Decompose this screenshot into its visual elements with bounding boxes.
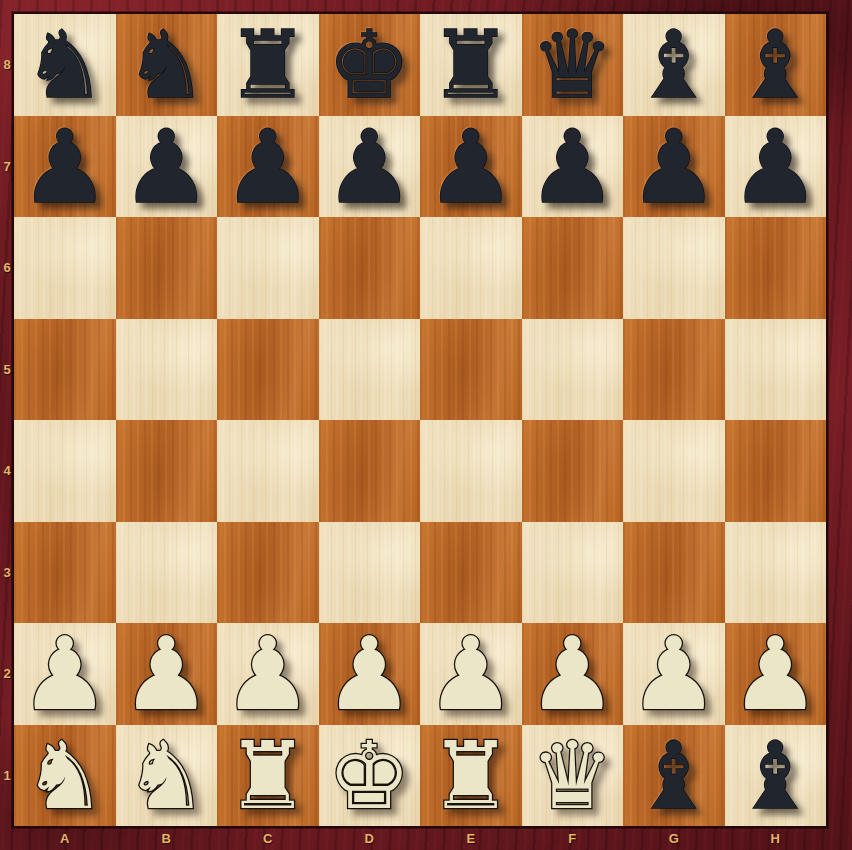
square-h2[interactable]: ♟ [725, 623, 827, 725]
square-b4[interactable] [116, 420, 218, 522]
square-g7[interactable]: ♟ [623, 116, 725, 218]
square-c8[interactable]: ♜ [217, 14, 319, 116]
square-f8[interactable]: ♛ [522, 14, 624, 116]
square-a5[interactable] [14, 319, 116, 421]
file-label-h: H [725, 826, 827, 850]
square-e8[interactable]: ♜ [420, 14, 522, 116]
square-e4[interactable] [420, 420, 522, 522]
square-a3[interactable] [14, 522, 116, 624]
rank-label-2: 2 [0, 623, 14, 725]
rank-label-1: 1 [0, 725, 14, 827]
square-d7[interactable]: ♟ [319, 116, 421, 218]
square-e2[interactable]: ♟ [420, 623, 522, 725]
square-b2[interactable]: ♟ [116, 623, 218, 725]
piece-black-rook[interactable]: ♜ [429, 19, 512, 112]
square-g3[interactable] [623, 522, 725, 624]
piece-white-pawn[interactable]: ♟ [222, 624, 313, 725]
piece-black-knight[interactable]: ♞ [23, 19, 106, 112]
square-d3[interactable] [319, 522, 421, 624]
square-b5[interactable] [116, 319, 218, 421]
piece-white-knight[interactable]: ♞ [125, 730, 208, 823]
square-f2[interactable]: ♟ [522, 623, 624, 725]
square-g6[interactable] [623, 217, 725, 319]
square-b1[interactable]: ♞ [116, 725, 218, 827]
rank-label-3: 3 [0, 522, 14, 624]
square-e1[interactable]: ♜ [420, 725, 522, 827]
piece-white-pawn[interactable]: ♟ [628, 624, 719, 725]
piece-white-pawn[interactable]: ♟ [730, 624, 821, 725]
file-label-e: E [420, 826, 522, 850]
piece-white-bishop[interactable]: ♝ [632, 730, 715, 823]
piece-white-bishop[interactable]: ♝ [734, 730, 817, 823]
square-b7[interactable]: ♟ [116, 116, 218, 218]
square-f6[interactable] [522, 217, 624, 319]
piece-black-pawn[interactable]: ♟ [19, 117, 110, 218]
piece-black-pawn[interactable]: ♟ [527, 117, 618, 218]
square-b6[interactable] [116, 217, 218, 319]
square-d4[interactable] [319, 420, 421, 522]
square-g5[interactable] [623, 319, 725, 421]
piece-black-pawn[interactable]: ♟ [628, 117, 719, 218]
square-g2[interactable]: ♟ [623, 623, 725, 725]
piece-white-king[interactable]: ♚ [328, 730, 411, 823]
square-g4[interactable] [623, 420, 725, 522]
square-a1[interactable]: ♞ [14, 725, 116, 827]
square-c6[interactable] [217, 217, 319, 319]
piece-black-knight[interactable]: ♞ [125, 19, 208, 112]
square-h3[interactable] [725, 522, 827, 624]
square-b8[interactable]: ♞ [116, 14, 218, 116]
square-d6[interactable] [319, 217, 421, 319]
rank-label-7: 7 [0, 116, 14, 218]
piece-black-rook[interactable]: ♜ [226, 19, 309, 112]
piece-black-bishop[interactable]: ♝ [632, 19, 715, 112]
board: ♞♞♜♚♜♛♝♝♟♟♟♟♟♟♟♟♟♟♟♟♟♟♟♟♞♞♜♚♜♛♝♝ [14, 14, 826, 826]
file-label-c: C [217, 826, 319, 850]
square-f1[interactable]: ♛ [522, 725, 624, 827]
square-g8[interactable]: ♝ [623, 14, 725, 116]
piece-white-rook[interactable]: ♜ [429, 730, 512, 823]
piece-white-knight[interactable]: ♞ [23, 730, 106, 823]
piece-black-pawn[interactable]: ♟ [324, 117, 415, 218]
square-h4[interactable] [725, 420, 827, 522]
piece-white-pawn[interactable]: ♟ [19, 624, 110, 725]
rank-label-5: 5 [0, 319, 14, 421]
chessboard-frame: ♞♞♜♚♜♛♝♝♟♟♟♟♟♟♟♟♟♟♟♟♟♟♟♟♞♞♜♚♜♛♝♝ 8765432… [0, 0, 852, 850]
square-d2[interactable]: ♟ [319, 623, 421, 725]
square-d1[interactable]: ♚ [319, 725, 421, 827]
piece-white-pawn[interactable]: ♟ [324, 624, 415, 725]
piece-white-rook[interactable]: ♜ [226, 730, 309, 823]
square-c2[interactable]: ♟ [217, 623, 319, 725]
square-a6[interactable] [14, 217, 116, 319]
piece-black-pawn[interactable]: ♟ [425, 117, 516, 218]
piece-white-queen[interactable]: ♛ [531, 730, 614, 823]
file-label-f: F [522, 826, 624, 850]
piece-black-pawn[interactable]: ♟ [121, 117, 212, 218]
square-d5[interactable] [319, 319, 421, 421]
square-f4[interactable] [522, 420, 624, 522]
piece-black-pawn[interactable]: ♟ [730, 117, 821, 218]
rank-label-4: 4 [0, 420, 14, 522]
piece-black-king[interactable]: ♚ [328, 19, 411, 112]
file-label-d: D [319, 826, 421, 850]
square-h8[interactable]: ♝ [725, 14, 827, 116]
square-e3[interactable] [420, 522, 522, 624]
file-label-b: B [116, 826, 218, 850]
piece-white-pawn[interactable]: ♟ [121, 624, 212, 725]
square-a4[interactable] [14, 420, 116, 522]
square-f7[interactable]: ♟ [522, 116, 624, 218]
square-e7[interactable]: ♟ [420, 116, 522, 218]
square-h6[interactable] [725, 217, 827, 319]
piece-black-pawn[interactable]: ♟ [222, 117, 313, 218]
square-g1[interactable]: ♝ [623, 725, 725, 827]
piece-black-bishop[interactable]: ♝ [734, 19, 817, 112]
square-d8[interactable]: ♚ [319, 14, 421, 116]
square-e5[interactable] [420, 319, 522, 421]
square-c7[interactable]: ♟ [217, 116, 319, 218]
square-a7[interactable]: ♟ [14, 116, 116, 218]
rank-label-6: 6 [0, 217, 14, 319]
square-h1[interactable]: ♝ [725, 725, 827, 827]
square-a2[interactable]: ♟ [14, 623, 116, 725]
file-label-a: A [14, 826, 116, 850]
piece-black-queen[interactable]: ♛ [531, 19, 614, 112]
square-f3[interactable] [522, 522, 624, 624]
square-b3[interactable] [116, 522, 218, 624]
square-e6[interactable] [420, 217, 522, 319]
square-c4[interactable] [217, 420, 319, 522]
piece-white-pawn[interactable]: ♟ [425, 624, 516, 725]
square-c3[interactable] [217, 522, 319, 624]
square-h7[interactable]: ♟ [725, 116, 827, 218]
square-f5[interactable] [522, 319, 624, 421]
square-a8[interactable]: ♞ [14, 14, 116, 116]
rank-label-8: 8 [0, 14, 14, 116]
piece-white-pawn[interactable]: ♟ [527, 624, 618, 725]
file-label-g: G [623, 826, 725, 850]
square-c1[interactable]: ♜ [217, 725, 319, 827]
square-h5[interactable] [725, 319, 827, 421]
square-c5[interactable] [217, 319, 319, 421]
